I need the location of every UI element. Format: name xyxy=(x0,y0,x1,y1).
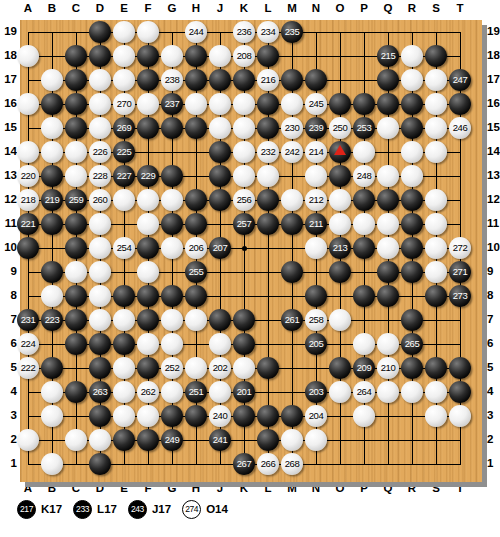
stone-white-F6 xyxy=(137,333,159,355)
stone-black-M9 xyxy=(281,261,303,283)
stone-black-R10 xyxy=(401,237,423,259)
stone-black-D19 xyxy=(89,21,111,43)
stone-black-G11 xyxy=(161,213,183,235)
stone-white-O11 xyxy=(329,213,351,235)
stone-white-D13: 228 xyxy=(89,165,111,187)
stone-white-F11 xyxy=(137,213,159,235)
stone-white-Q11 xyxy=(377,213,399,235)
move-number: 267 xyxy=(237,458,252,469)
stone-white-B4 xyxy=(41,381,63,403)
move-number: 201 xyxy=(237,386,252,397)
stone-white-J6 xyxy=(209,333,231,355)
coordinate-label-column: M xyxy=(280,2,304,14)
move-number: 263 xyxy=(93,386,108,397)
move-number: 234 xyxy=(261,26,276,37)
stone-white-M16 xyxy=(281,93,303,115)
move-number: 268 xyxy=(285,458,300,469)
stone-white-C9 xyxy=(65,261,87,283)
coordinate-label-column: J xyxy=(208,2,232,14)
stone-white-F9 xyxy=(137,261,159,283)
coordinate-label-row: 13 xyxy=(1,169,17,181)
stone-black-H18 xyxy=(185,45,207,67)
stone-white-O15: 250 xyxy=(329,117,351,139)
coordinate-label-column: C xyxy=(64,2,88,14)
stone-white-Q5: 210 xyxy=(377,357,399,379)
stone-black-F18 xyxy=(137,45,159,67)
stone-white-C2 xyxy=(65,429,87,451)
stone-black-C6 xyxy=(65,333,87,355)
move-number: 273 xyxy=(453,290,468,301)
move-number: 225 xyxy=(117,146,132,157)
move-number: 266 xyxy=(261,458,276,469)
move-number: 262 xyxy=(141,386,156,397)
coordinate-label-column: O xyxy=(328,2,352,14)
stone-white-J16 xyxy=(209,93,231,115)
stone-black-M11 xyxy=(281,213,303,235)
stone-black-K3 xyxy=(233,405,255,427)
stone-black-M19: 235 xyxy=(281,21,303,43)
stone-white-A5: 222 xyxy=(17,357,39,379)
stone-white-M15: 230 xyxy=(281,117,303,139)
coordinate-label-row: 4 xyxy=(1,385,17,397)
coordinate-label-row: 3 xyxy=(1,409,17,421)
coordinate-label-row: 12 xyxy=(487,193,500,205)
caption-point-label: O14 xyxy=(206,503,228,515)
stone-black-C17 xyxy=(65,69,87,91)
stone-white-S10 xyxy=(425,237,447,259)
stone-white-M1: 268 xyxy=(281,453,303,475)
coordinate-label-column: K xyxy=(232,2,256,14)
move-number: 240 xyxy=(213,410,228,421)
stone-black-E14: 225 xyxy=(113,141,135,163)
coordinate-label-row: 7 xyxy=(1,313,17,325)
stone-black-O9 xyxy=(329,261,351,283)
go-board[interactable]: 2442362342352082152382162472702372452692… xyxy=(20,20,482,482)
stone-white-J3: 240 xyxy=(209,405,231,427)
stone-black-F2 xyxy=(137,429,159,451)
stone-black-Q8 xyxy=(377,285,399,307)
coordinate-label-column: A xyxy=(16,2,40,14)
caption-stone-black-icon: 243 xyxy=(128,500,147,519)
caption-point-label: L17 xyxy=(97,503,117,515)
stone-black-A11: 221 xyxy=(17,213,39,235)
stone-white-S11 xyxy=(425,213,447,235)
stone-white-J18 xyxy=(209,45,231,67)
move-number: 219 xyxy=(45,194,60,205)
stone-black-P5: 209 xyxy=(353,357,375,379)
stone-white-E16: 270 xyxy=(113,93,135,115)
stone-black-H15 xyxy=(185,117,207,139)
stone-black-E8 xyxy=(113,285,135,307)
stone-black-B5 xyxy=(41,357,63,379)
move-number: 216 xyxy=(261,74,276,85)
stone-black-R12 xyxy=(401,189,423,211)
stone-white-O12 xyxy=(329,189,351,211)
stone-white-C14 xyxy=(65,141,87,163)
stone-white-D8 xyxy=(89,285,111,307)
stone-black-N11: 211 xyxy=(305,213,327,235)
stone-white-M2 xyxy=(281,429,303,451)
move-number: 237 xyxy=(165,98,180,109)
move-number: 252 xyxy=(165,362,180,373)
stone-black-C8 xyxy=(65,285,87,307)
stone-black-D4: 263 xyxy=(89,381,111,403)
move-number: 226 xyxy=(93,146,108,157)
stone-black-F10 xyxy=(137,237,159,259)
stone-white-H7 xyxy=(185,309,207,331)
stone-white-F12 xyxy=(137,189,159,211)
stone-black-Q18: 215 xyxy=(377,45,399,67)
coordinate-label-row: 15 xyxy=(1,121,17,133)
star-point xyxy=(242,246,247,251)
stone-white-D2 xyxy=(89,429,111,451)
move-number: 218 xyxy=(21,194,36,205)
stone-black-L12 xyxy=(257,189,279,211)
stone-black-C18 xyxy=(65,45,87,67)
stone-white-N12: 212 xyxy=(305,189,327,211)
move-number: 257 xyxy=(237,218,252,229)
stone-black-S8 xyxy=(425,285,447,307)
stone-white-Q13 xyxy=(377,165,399,187)
stone-black-A10 xyxy=(17,237,39,259)
stone-black-J14 xyxy=(209,141,231,163)
caption-stone-black-icon: 217 xyxy=(17,500,36,519)
stone-white-M14: 242 xyxy=(281,141,303,163)
stone-black-C12: 259 xyxy=(65,189,87,211)
stone-black-R9 xyxy=(401,261,423,283)
coordinate-label-row: 2 xyxy=(1,433,17,445)
move-number: 250 xyxy=(333,122,348,133)
stone-black-F13: 229 xyxy=(137,165,159,187)
coordinate-label-row: 3 xyxy=(487,409,500,421)
move-number: 231 xyxy=(21,314,36,325)
stone-black-G8 xyxy=(161,285,183,307)
stone-black-K7 xyxy=(233,309,255,331)
coordinate-label-row: 13 xyxy=(487,169,500,181)
stone-black-J12 xyxy=(209,189,231,211)
stone-black-P10 xyxy=(353,237,375,259)
coordinate-label-row: 16 xyxy=(487,97,500,109)
move-number: 265 xyxy=(405,338,420,349)
stone-white-S17 xyxy=(425,69,447,91)
move-number: 246 xyxy=(453,122,468,133)
move-number: 249 xyxy=(165,434,180,445)
stone-white-L14: 232 xyxy=(257,141,279,163)
stone-white-N2 xyxy=(305,429,327,451)
stone-white-G7 xyxy=(161,309,183,331)
stone-white-P3 xyxy=(353,405,375,427)
stone-black-O5 xyxy=(329,357,351,379)
stone-black-G15 xyxy=(161,117,183,139)
stone-white-E5 xyxy=(113,357,135,379)
move-number: 204 xyxy=(309,410,324,421)
stone-white-L19: 234 xyxy=(257,21,279,43)
caption-point-label: J17 xyxy=(152,503,171,515)
coordinate-label-row: 11 xyxy=(1,217,17,229)
stone-black-N15: 239 xyxy=(305,117,327,139)
move-number: 236 xyxy=(237,26,252,37)
coordinate-label-row: 14 xyxy=(1,145,17,157)
stone-white-B15 xyxy=(41,117,63,139)
move-number: 235 xyxy=(285,26,300,37)
stone-black-C7 xyxy=(65,309,87,331)
move-number: 220 xyxy=(21,170,36,181)
stone-white-P4: 264 xyxy=(353,381,375,403)
stone-white-G18 xyxy=(161,45,183,67)
stone-white-T10: 272 xyxy=(449,237,471,259)
stone-black-T4 xyxy=(449,381,471,403)
stone-black-J10: 207 xyxy=(209,237,231,259)
stone-black-N6: 205 xyxy=(305,333,327,355)
stone-white-F4: 262 xyxy=(137,381,159,403)
stone-white-J4 xyxy=(209,381,231,403)
stone-black-H3 xyxy=(185,405,207,427)
stone-white-B8 xyxy=(41,285,63,307)
move-number: 215 xyxy=(381,50,396,61)
stone-white-F19 xyxy=(137,21,159,43)
move-number: 211 xyxy=(309,218,323,229)
move-number: 271 xyxy=(453,266,468,277)
move-number: 214 xyxy=(309,146,324,157)
stone-black-Q12 xyxy=(377,189,399,211)
coordinate-label-column: G xyxy=(160,2,184,14)
stone-black-H8 xyxy=(185,285,207,307)
stone-black-R5 xyxy=(401,357,423,379)
stone-black-E6 xyxy=(113,333,135,355)
stone-white-C13 xyxy=(65,165,87,187)
stone-black-B12: 219 xyxy=(41,189,63,211)
move-number: 228 xyxy=(93,170,108,181)
stone-black-C10 xyxy=(65,237,87,259)
stone-black-H11 xyxy=(185,213,207,235)
stone-black-F7 xyxy=(137,309,159,331)
stone-black-D1 xyxy=(89,453,111,475)
coordinate-label-row: 11 xyxy=(487,217,500,229)
stone-black-T5 xyxy=(449,357,471,379)
coordinate-label-column: S xyxy=(424,2,448,14)
caption: 217K17233L17243J17274O14 xyxy=(17,499,234,519)
stone-black-K1: 267 xyxy=(233,453,255,475)
stone-black-R7 xyxy=(401,309,423,331)
stone-white-S9 xyxy=(425,261,447,283)
coordinate-label-row: 10 xyxy=(1,241,17,253)
stone-white-K13 xyxy=(233,165,255,187)
coordinate-label-column: R xyxy=(400,2,424,14)
move-number: 272 xyxy=(453,242,468,253)
stone-white-K16 xyxy=(233,93,255,115)
stone-white-N7: 258 xyxy=(305,309,327,331)
coordinate-label-row: 16 xyxy=(1,97,17,109)
coordinate-label-column: H xyxy=(184,2,208,14)
move-number: 256 xyxy=(237,194,252,205)
caption-stone-white-icon: 274 xyxy=(182,500,201,519)
stone-white-P6 xyxy=(353,333,375,355)
stone-black-E15: 269 xyxy=(113,117,135,139)
stone-white-K5 xyxy=(233,357,255,379)
coordinate-label-column: Q xyxy=(376,2,400,14)
stone-white-D9 xyxy=(89,261,111,283)
move-number: 244 xyxy=(189,26,204,37)
move-number: 264 xyxy=(357,386,372,397)
stone-white-P13: 248 xyxy=(353,165,375,187)
coordinate-label-row: 9 xyxy=(1,265,17,277)
stone-black-R11 xyxy=(401,213,423,235)
coordinate-label-row: 8 xyxy=(487,289,500,301)
coordinate-label-column: T xyxy=(448,2,472,14)
stone-black-K17 xyxy=(233,69,255,91)
stone-black-L3 xyxy=(257,405,279,427)
stone-black-E2 xyxy=(113,429,135,451)
stone-black-B16 xyxy=(41,93,63,115)
stone-white-P14 xyxy=(353,141,375,163)
stone-white-E4 xyxy=(113,381,135,403)
coordinate-label-column: N xyxy=(304,2,328,14)
coordinate-label-row: 6 xyxy=(1,337,17,349)
stone-white-Q15 xyxy=(377,117,399,139)
stone-white-O7 xyxy=(329,309,351,331)
stone-black-O13 xyxy=(329,165,351,187)
stone-white-A6: 224 xyxy=(17,333,39,355)
coordinate-label-column: B xyxy=(40,2,64,14)
stone-black-L18 xyxy=(257,45,279,67)
move-number: 247 xyxy=(453,74,468,85)
coordinate-label-row: 12 xyxy=(1,193,17,205)
stone-black-O14 xyxy=(329,141,351,163)
stone-white-E18 xyxy=(113,45,135,67)
stone-black-L16 xyxy=(257,93,279,115)
stone-white-R4 xyxy=(401,381,423,403)
move-number: 229 xyxy=(141,170,156,181)
stone-white-E7 xyxy=(113,309,135,331)
stone-black-G3 xyxy=(161,405,183,427)
stone-black-P12 xyxy=(353,189,375,211)
move-number: 260 xyxy=(93,194,108,205)
coordinate-label-row: 18 xyxy=(487,49,500,61)
move-number: 239 xyxy=(309,122,324,133)
move-number: 230 xyxy=(285,122,300,133)
stone-black-Q16 xyxy=(377,93,399,115)
stone-white-O4 xyxy=(329,381,351,403)
coordinate-label-row: 19 xyxy=(1,25,17,37)
move-number: 205 xyxy=(309,338,324,349)
coordinate-label-row: 15 xyxy=(487,121,500,133)
stone-black-T8: 273 xyxy=(449,285,471,307)
stone-black-J17 xyxy=(209,69,231,91)
coordinate-label-row: 1 xyxy=(487,457,500,469)
move-number: 208 xyxy=(237,50,252,61)
coordinate-label-row: 10 xyxy=(487,241,500,253)
stone-white-L1: 266 xyxy=(257,453,279,475)
stone-white-G12 xyxy=(161,189,183,211)
stone-white-S3 xyxy=(425,405,447,427)
stone-white-H10: 206 xyxy=(185,237,207,259)
stone-white-K18: 208 xyxy=(233,45,255,67)
stone-white-L13 xyxy=(257,165,279,187)
stone-white-D14: 226 xyxy=(89,141,111,163)
stone-white-H5 xyxy=(185,357,207,379)
stone-black-S5 xyxy=(425,357,447,379)
move-number: 254 xyxy=(117,242,132,253)
coordinate-label-column: L xyxy=(256,2,280,14)
stone-white-S14 xyxy=(425,141,447,163)
stone-black-O16 xyxy=(329,93,351,115)
move-number: 221 xyxy=(21,218,36,229)
stone-black-J13 xyxy=(209,165,231,187)
move-number: 259 xyxy=(69,194,84,205)
stone-white-G4 xyxy=(161,381,183,403)
stone-black-D6 xyxy=(89,333,111,355)
stone-black-C11 xyxy=(65,213,87,235)
stone-white-S16 xyxy=(425,93,447,115)
stone-white-N16: 245 xyxy=(305,93,327,115)
stone-white-D12: 260 xyxy=(89,189,111,211)
coordinate-label-row: 6 xyxy=(487,337,500,349)
stone-white-E19 xyxy=(113,21,135,43)
stone-black-L5 xyxy=(257,357,279,379)
move-number: 222 xyxy=(21,362,36,373)
stone-black-P15: 253 xyxy=(353,117,375,139)
stone-white-F16 xyxy=(137,93,159,115)
stone-white-D16 xyxy=(89,93,111,115)
move-number: 251 xyxy=(189,386,204,397)
stone-white-R13 xyxy=(401,165,423,187)
move-number: 242 xyxy=(285,146,300,157)
stone-black-G16: 237 xyxy=(161,93,183,115)
stone-black-R15 xyxy=(401,117,423,139)
stone-black-H9: 255 xyxy=(185,261,207,283)
stone-white-J5: 202 xyxy=(209,357,231,379)
stone-white-Q4 xyxy=(377,381,399,403)
coordinate-label-row: 19 xyxy=(487,25,500,37)
stone-white-J15 xyxy=(209,117,231,139)
stone-white-B17 xyxy=(41,69,63,91)
stone-white-A2 xyxy=(17,429,39,451)
stone-white-Q6 xyxy=(377,333,399,355)
stone-white-N3: 204 xyxy=(305,405,327,427)
move-number: 238 xyxy=(165,74,180,85)
coordinate-label-column: D xyxy=(88,2,112,14)
move-number: 245 xyxy=(309,98,324,109)
stone-black-N8 xyxy=(305,285,327,307)
move-number: 261 xyxy=(285,314,300,325)
stone-black-G13 xyxy=(161,165,183,187)
stone-white-E12 xyxy=(113,189,135,211)
move-number: 232 xyxy=(261,146,276,157)
stone-white-D10 xyxy=(89,237,111,259)
stone-black-T17: 247 xyxy=(449,69,471,91)
stone-black-M7: 261 xyxy=(281,309,303,331)
move-number: 255 xyxy=(189,266,204,277)
stone-white-Q10 xyxy=(377,237,399,259)
stone-black-T9: 271 xyxy=(449,261,471,283)
stone-black-B7: 223 xyxy=(41,309,63,331)
stone-black-F5 xyxy=(137,357,159,379)
coordinate-label-row: 8 xyxy=(1,289,17,301)
stone-black-F15 xyxy=(137,117,159,139)
coordinate-label-row: 14 xyxy=(487,145,500,157)
coordinate-label-row: 9 xyxy=(487,265,500,277)
move-number: 253 xyxy=(357,122,372,133)
stone-white-N13 xyxy=(305,165,327,187)
stone-white-E17 xyxy=(113,69,135,91)
stone-white-N10 xyxy=(305,237,327,259)
stone-white-S12 xyxy=(425,189,447,211)
stone-white-B14 xyxy=(41,141,63,163)
coordinate-label-row: 18 xyxy=(1,49,17,61)
stone-black-E13: 227 xyxy=(113,165,135,187)
stone-black-D18 xyxy=(89,45,111,67)
last-move-triangle-marker xyxy=(334,145,346,155)
